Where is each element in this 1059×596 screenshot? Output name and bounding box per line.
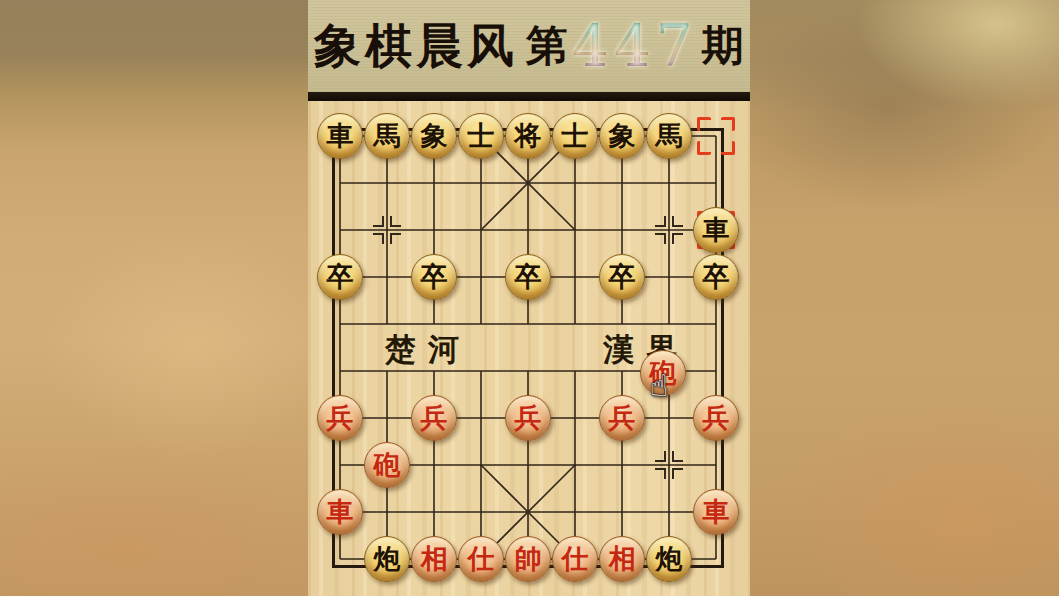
piece-black-horse[interactable]: 馬 bbox=[364, 113, 410, 159]
piece-black-soldier[interactable]: 卒 bbox=[505, 254, 551, 300]
issue-label: 第447期 bbox=[526, 17, 744, 75]
piece-black-general[interactable]: 将 bbox=[505, 113, 551, 159]
piece-black-soldier[interactable]: 卒 bbox=[411, 254, 457, 300]
piece-black-chariot[interactable]: 車 bbox=[317, 113, 363, 159]
blurred-background-left bbox=[0, 0, 312, 596]
piece-black-cannon[interactable]: 炮 bbox=[364, 536, 410, 582]
piece-red-soldier[interactable]: 兵 bbox=[411, 395, 457, 441]
piece-black-elephant[interactable]: 象 bbox=[599, 113, 645, 159]
piece-red-advisor[interactable]: 仕 bbox=[458, 536, 504, 582]
piece-red-soldier[interactable]: 兵 bbox=[505, 395, 551, 441]
title-divider bbox=[308, 92, 750, 101]
piece-red-chariot[interactable]: 車 bbox=[317, 489, 363, 535]
piece-black-chariot[interactable]: 車 bbox=[693, 207, 739, 253]
piece-black-soldier[interactable]: 卒 bbox=[693, 254, 739, 300]
issue-number: 447 bbox=[572, 17, 698, 75]
video-frame: 象棋晨风 第447期 楚河 bbox=[0, 0, 1059, 596]
piece-red-soldier[interactable]: 兵 bbox=[693, 395, 739, 441]
piece-black-soldier[interactable]: 卒 bbox=[317, 254, 363, 300]
piece-black-soldier[interactable]: 卒 bbox=[599, 254, 645, 300]
piece-red-cannon[interactable]: 砲 bbox=[364, 442, 410, 488]
piece-black-advisor[interactable]: 士 bbox=[458, 113, 504, 159]
piece-black-horse[interactable]: 馬 bbox=[646, 113, 692, 159]
piece-red-chariot[interactable]: 車 bbox=[693, 489, 739, 535]
xiangqi-board[interactable]: 楚河 漢界 車馬象士将士象馬車卒卒卒卒卒砲兵兵兵兵兵砲車車炮相仕帥仕相炮 ☝ bbox=[308, 101, 750, 596]
piece-black-elephant[interactable]: 象 bbox=[411, 113, 457, 159]
piece-red-general[interactable]: 帥 bbox=[505, 536, 551, 582]
piece-red-advisor[interactable]: 仕 bbox=[552, 536, 598, 582]
piece-red-elephant[interactable]: 相 bbox=[599, 536, 645, 582]
piece-red-soldier[interactable]: 兵 bbox=[599, 395, 645, 441]
issue-prefix: 第 bbox=[526, 18, 568, 74]
piece-black-cannon[interactable]: 炮 bbox=[646, 536, 692, 582]
game-panel: 象棋晨风 第447期 楚河 bbox=[308, 0, 750, 596]
piece-grid[interactable]: 車馬象士将士象馬車卒卒卒卒卒砲兵兵兵兵兵砲車車炮相仕帥仕相炮 bbox=[317, 113, 740, 583]
piece-red-soldier[interactable]: 兵 bbox=[317, 395, 363, 441]
hand-cursor-icon: ☝ bbox=[650, 371, 668, 401]
show-title: 象棋晨风 bbox=[314, 15, 518, 78]
piece-black-advisor[interactable]: 士 bbox=[552, 113, 598, 159]
piece-red-elephant[interactable]: 相 bbox=[411, 536, 457, 582]
title-bar: 象棋晨风 第447期 bbox=[308, 0, 750, 92]
blurred-background-right bbox=[747, 0, 1059, 596]
issue-suffix: 期 bbox=[702, 18, 744, 74]
